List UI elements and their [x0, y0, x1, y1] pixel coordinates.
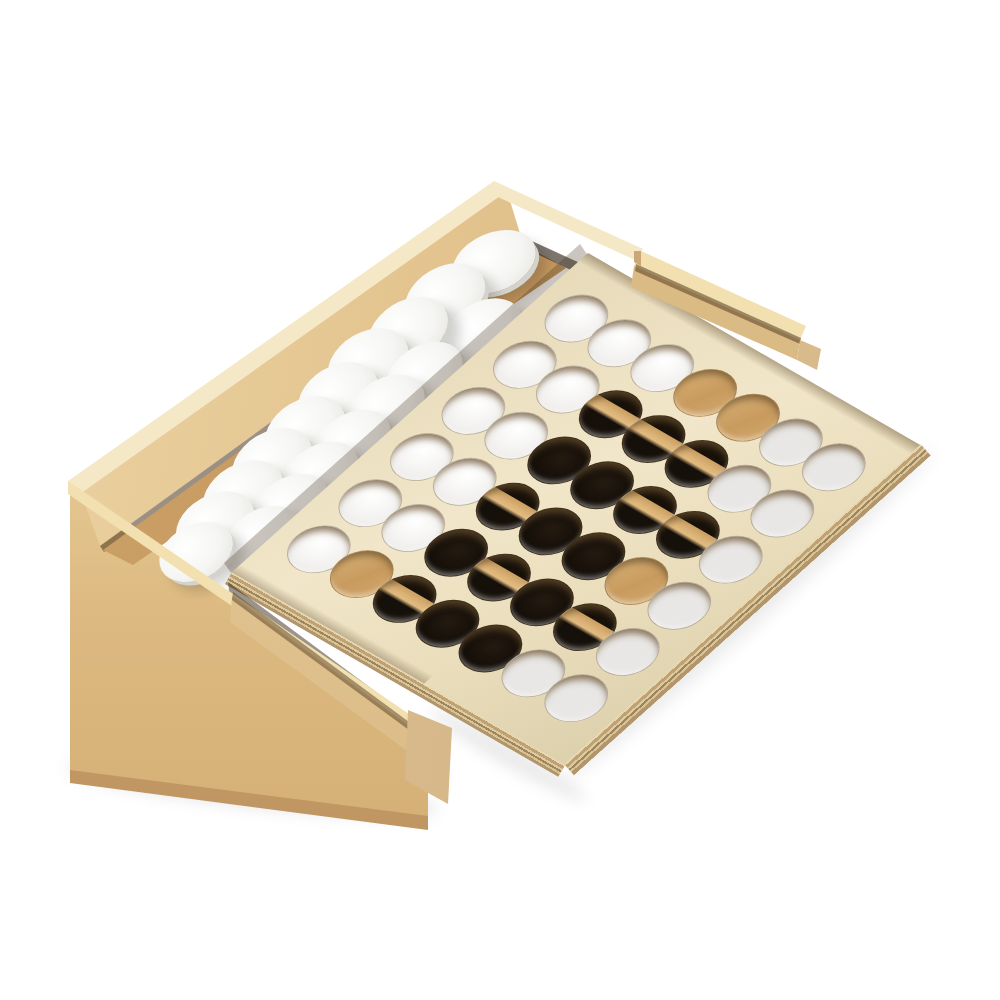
- scene: [0, 0, 1000, 1000]
